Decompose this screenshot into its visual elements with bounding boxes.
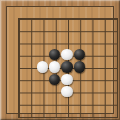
board-intersection[interactable]: [12, 36, 24, 48]
black-stone: [49, 74, 60, 85]
board-intersection[interactable]: [12, 24, 24, 36]
board-intersection[interactable]: [98, 110, 110, 120]
board-intersection[interactable]: [24, 49, 36, 61]
board-intersection[interactable]: [12, 73, 24, 85]
board-intersection[interactable]: [73, 85, 85, 97]
board-intersection[interactable]: [61, 36, 73, 48]
board-intersection[interactable]: [24, 98, 36, 110]
white-stone: [61, 49, 72, 60]
board-intersection[interactable]: [12, 12, 24, 24]
board-intersection[interactable]: [110, 73, 120, 85]
board-intersection[interactable]: [73, 61, 85, 73]
board-intersection[interactable]: [24, 61, 36, 73]
board-intersection[interactable]: [12, 49, 24, 61]
board-intersection[interactable]: [85, 61, 97, 73]
white-stone: [61, 86, 72, 97]
board-intersection[interactable]: [73, 12, 85, 24]
board-intersection[interactable]: [98, 73, 110, 85]
board-intersection[interactable]: [49, 73, 61, 85]
black-stone: [61, 61, 72, 72]
board-intersection[interactable]: [110, 12, 120, 24]
board-intersection[interactable]: [49, 98, 61, 110]
board-intersection[interactable]: [61, 49, 73, 61]
board-intersection[interactable]: [110, 61, 120, 73]
go-board-grid: [12, 12, 120, 120]
board-intersection[interactable]: [85, 98, 97, 110]
board-intersection[interactable]: [36, 98, 48, 110]
white-stone: [37, 61, 48, 72]
board-intersection[interactable]: [98, 24, 110, 36]
board-intersection[interactable]: [49, 24, 61, 36]
board-intersection[interactable]: [49, 36, 61, 48]
board-intersection[interactable]: [73, 49, 85, 61]
board-intersection[interactable]: [110, 49, 120, 61]
board-intersection[interactable]: [49, 85, 61, 97]
board-intersection[interactable]: [24, 73, 36, 85]
go-board: [0, 0, 120, 120]
board-intersection[interactable]: [36, 24, 48, 36]
board-intersection[interactable]: [85, 110, 97, 120]
white-stone: [61, 74, 72, 85]
board-intersection[interactable]: [24, 36, 36, 48]
board-intersection[interactable]: [61, 110, 73, 120]
board-intersection[interactable]: [24, 110, 36, 120]
board-intersection[interactable]: [85, 12, 97, 24]
board-intersection[interactable]: [49, 49, 61, 61]
board-surface: [6, 6, 114, 114]
black-stone: [74, 61, 85, 72]
board-intersection[interactable]: [61, 24, 73, 36]
board-intersection[interactable]: [85, 73, 97, 85]
board-intersection[interactable]: [24, 24, 36, 36]
board-intersection[interactable]: [73, 110, 85, 120]
board-intersection[interactable]: [110, 110, 120, 120]
board-intersection[interactable]: [36, 61, 48, 73]
board-intersection[interactable]: [12, 98, 24, 110]
board-intersection[interactable]: [98, 12, 110, 24]
board-intersection[interactable]: [85, 24, 97, 36]
board-intersection[interactable]: [36, 49, 48, 61]
board-intersection[interactable]: [24, 12, 36, 24]
board-intersection[interactable]: [61, 85, 73, 97]
board-intersection[interactable]: [24, 85, 36, 97]
board-intersection[interactable]: [12, 110, 24, 120]
board-intersection[interactable]: [110, 85, 120, 97]
board-intersection[interactable]: [73, 98, 85, 110]
board-intersection[interactable]: [61, 98, 73, 110]
board-intersection[interactable]: [49, 61, 61, 73]
board-intersection[interactable]: [98, 49, 110, 61]
board-intersection[interactable]: [61, 61, 73, 73]
board-intersection[interactable]: [36, 73, 48, 85]
black-stone: [49, 49, 60, 60]
board-intersection[interactable]: [110, 24, 120, 36]
board-intersection[interactable]: [73, 24, 85, 36]
board-intersection[interactable]: [98, 36, 110, 48]
black-stone: [74, 49, 85, 60]
board-intersection[interactable]: [73, 36, 85, 48]
board-intersection[interactable]: [98, 98, 110, 110]
board-intersection[interactable]: [12, 85, 24, 97]
board-intersection[interactable]: [49, 12, 61, 24]
board-intersection[interactable]: [49, 110, 61, 120]
board-intersection[interactable]: [36, 36, 48, 48]
board-intersection[interactable]: [36, 110, 48, 120]
board-intersection[interactable]: [61, 12, 73, 24]
board-intersection[interactable]: [98, 61, 110, 73]
board-intersection[interactable]: [36, 85, 48, 97]
board-intersection[interactable]: [36, 12, 48, 24]
board-intersection[interactable]: [98, 85, 110, 97]
board-intersection[interactable]: [85, 85, 97, 97]
white-stone: [49, 61, 60, 72]
board-intersection[interactable]: [85, 49, 97, 61]
board-intersection[interactable]: [110, 36, 120, 48]
board-intersection[interactable]: [85, 36, 97, 48]
board-intersection[interactable]: [110, 98, 120, 110]
board-intersection[interactable]: [12, 61, 24, 73]
board-intersection[interactable]: [73, 73, 85, 85]
board-intersection[interactable]: [61, 73, 73, 85]
